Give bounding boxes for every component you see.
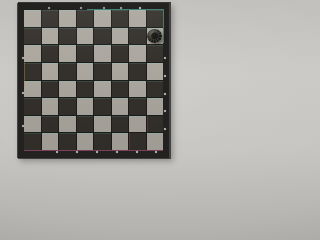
square-g4[interactable] [129,81,146,98]
square-b5[interactable] [42,63,59,80]
square-h2[interactable] [147,116,164,133]
square-g2[interactable] [129,116,146,133]
square-b7[interactable] [42,28,59,45]
screw-dot [96,151,98,153]
square-f3[interactable] [112,98,129,115]
square-a1[interactable] [24,133,41,150]
square-c3[interactable] [59,98,76,115]
square-h5[interactable] [147,63,164,80]
square-c2[interactable] [59,116,76,133]
square-f5[interactable] [112,63,129,80]
square-a4[interactable] [24,81,41,98]
screw-dot [103,7,105,9]
square-d8[interactable] [77,10,94,27]
square-b8[interactable] [42,10,59,27]
square-f2[interactable] [112,116,129,133]
frame-accent-bottom [24,150,163,151]
screw-dot [48,7,50,9]
square-a3[interactable] [24,98,41,115]
square-f6[interactable] [112,45,129,62]
square-d6[interactable] [77,45,94,62]
square-d2[interactable] [77,116,94,133]
square-e2[interactable] [94,116,111,133]
square-g6[interactable] [129,45,146,62]
screw-dot [164,93,166,95]
square-c8[interactable] [59,10,76,27]
square-b4[interactable] [42,81,59,98]
square-e4[interactable] [94,81,111,98]
square-e7[interactable] [94,28,111,45]
square-g3[interactable] [129,98,146,115]
square-g1[interactable] [129,133,146,150]
screw-dot [164,75,166,77]
square-a7[interactable] [24,28,41,45]
screw-dot [76,151,78,153]
square-h6[interactable] [147,45,164,62]
screw-dot [80,7,82,9]
square-a8[interactable] [24,10,41,27]
square-h7[interactable]: ● [147,28,164,45]
square-d3[interactable] [77,98,94,115]
screw-dot [22,92,24,94]
square-d5[interactable] [77,63,94,80]
black-piece-h7[interactable]: ● [147,29,162,43]
screw-dot [22,57,24,59]
square-d4[interactable] [77,81,94,98]
square-h4[interactable] [147,81,164,98]
square-e6[interactable] [94,45,111,62]
screw-dot [56,151,58,153]
square-c7[interactable] [59,28,76,45]
square-b1[interactable] [42,133,59,150]
square-f1[interactable] [112,133,129,150]
square-e3[interactable] [94,98,111,115]
screw-dot [139,7,141,9]
square-c6[interactable] [59,45,76,62]
screw-dot [22,125,24,127]
square-c1[interactable] [59,133,76,150]
square-a6[interactable] [24,45,41,62]
square-g7[interactable] [129,28,146,45]
square-b6[interactable] [42,45,59,62]
square-h1[interactable] [147,133,164,150]
screw-dot [120,7,122,9]
square-e8[interactable] [94,10,111,27]
square-h3[interactable] [147,98,164,115]
screw-dot [155,151,157,153]
square-d1[interactable] [77,133,94,150]
square-a5[interactable] [24,63,41,80]
square-g5[interactable] [129,63,146,80]
screw-dot [136,151,138,153]
square-f7[interactable] [112,28,129,45]
square-b3[interactable] [42,98,59,115]
square-e5[interactable] [94,63,111,80]
square-f8[interactable] [112,10,129,27]
square-b2[interactable] [42,116,59,133]
screw-dot [164,110,166,112]
square-e1[interactable] [94,133,111,150]
screw-dot [164,57,166,59]
square-c5[interactable] [59,63,76,80]
chessboard-frame: ● [18,3,171,158]
screw-dot [164,128,166,130]
chessboard-playfield: ● [24,10,163,150]
square-a2[interactable] [24,116,41,133]
square-g8[interactable] [129,10,146,27]
frame-accent-right [163,9,164,43]
square-c4[interactable] [59,81,76,98]
square-f4[interactable] [112,81,129,98]
square-h8[interactable] [147,10,164,27]
screw-dot [116,151,118,153]
square-d7[interactable] [77,28,94,45]
